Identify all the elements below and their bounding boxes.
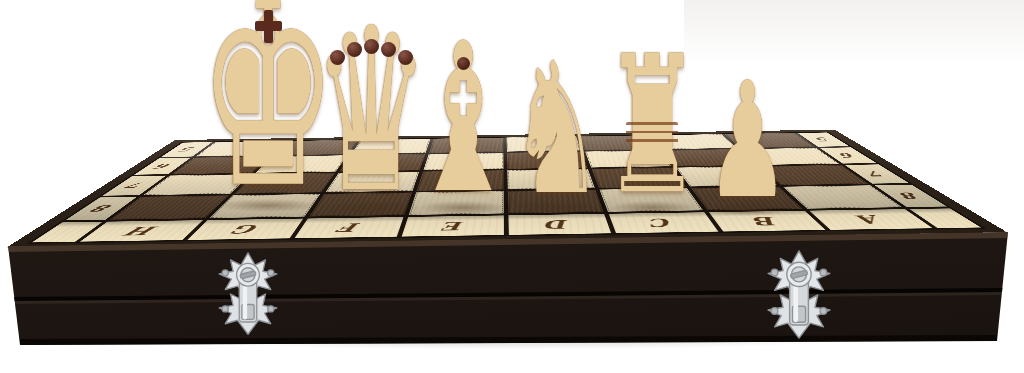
product-photo-scene: 55667788HGFEDCBA xyxy=(0,0,1024,373)
knight-glyph: ♞ xyxy=(510,38,605,220)
piece-white-pawn: ♟ xyxy=(702,95,794,210)
piece-white-bishop: ♝ xyxy=(412,59,514,208)
rook-glyph: ♜ xyxy=(603,31,702,221)
piece-white-rook: ♜ xyxy=(603,71,701,208)
pawn-glyph: ♟ xyxy=(706,61,789,221)
clasp-right-icon xyxy=(760,250,838,340)
piece-white-king: ♚ xyxy=(208,12,328,206)
piece-white-knight: ♞ xyxy=(505,76,609,207)
bishop-glyph: ♝ xyxy=(409,16,516,222)
clasp-left-icon xyxy=(212,252,284,336)
